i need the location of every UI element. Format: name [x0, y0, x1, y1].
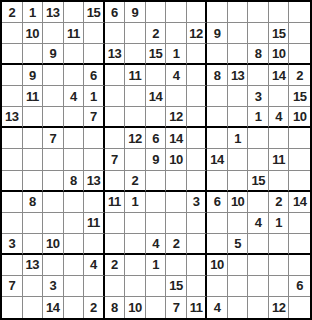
cell-r15c7[interactable]: 10 [125, 297, 146, 318]
cell-r13c14[interactable] [269, 255, 290, 276]
cell-r6c2[interactable] [23, 107, 44, 128]
cell-r13c15[interactable] [289, 255, 310, 276]
cell-r1c4[interactable] [64, 2, 85, 23]
cell-r15c3[interactable]: 14 [43, 297, 64, 318]
cell-r4c10[interactable] [187, 65, 208, 86]
cell-r9c14[interactable] [269, 171, 290, 192]
cell-r13c12[interactable] [228, 255, 249, 276]
cell-r5c13[interactable]: 3 [248, 86, 269, 107]
cell-r13c6[interactable]: 2 [105, 255, 126, 276]
cell-r3c14[interactable]: 10 [269, 44, 290, 65]
cell-r6c11[interactable] [207, 107, 228, 128]
cell-r7c13[interactable] [248, 128, 269, 149]
cell-r8c15[interactable] [289, 149, 310, 170]
cell-r12c11[interactable] [207, 234, 228, 255]
cell-r1c12[interactable] [228, 2, 249, 23]
cell-r4c3[interactable] [43, 65, 64, 86]
cell-r6c10[interactable] [187, 107, 208, 128]
cell-r7c5[interactable] [84, 128, 105, 149]
cell-r12c4[interactable] [64, 234, 85, 255]
cell-r7c14[interactable] [269, 128, 290, 149]
cell-r9c4[interactable]: 8 [64, 171, 85, 192]
cell-r11c9[interactable] [166, 213, 187, 234]
cell-r7c7[interactable]: 12 [125, 128, 146, 149]
cell-r9c7[interactable]: 2 [125, 171, 146, 192]
cell-r14c12[interactable] [228, 276, 249, 297]
cell-r1c5[interactable]: 15 [84, 2, 105, 23]
cell-r1c14[interactable] [269, 2, 290, 23]
cell-r11c5[interactable]: 11 [84, 213, 105, 234]
cell-r10c12[interactable]: 10 [228, 192, 249, 213]
cell-r2c4[interactable]: 11 [64, 23, 85, 44]
cell-r15c4[interactable] [64, 297, 85, 318]
cell-r14c10[interactable] [187, 276, 208, 297]
cell-r9c11[interactable] [207, 171, 228, 192]
cell-r14c7[interactable] [125, 276, 146, 297]
cell-r8c2[interactable] [23, 149, 44, 170]
cell-r6c6[interactable] [105, 107, 126, 128]
cell-r15c14[interactable]: 12 [269, 297, 290, 318]
cell-r11c14[interactable]: 1 [269, 213, 290, 234]
cell-r1c11[interactable] [207, 2, 228, 23]
cell-r11c15[interactable] [289, 213, 310, 234]
cell-r2c10[interactable]: 12 [187, 23, 208, 44]
cell-r3c5[interactable] [84, 44, 105, 65]
cell-r2c1[interactable] [2, 23, 23, 44]
cell-r10c11[interactable]: 6 [207, 192, 228, 213]
cell-r9c5[interactable]: 13 [84, 171, 105, 192]
cell-r15c15[interactable] [289, 297, 310, 318]
cell-r14c3[interactable]: 3 [43, 276, 64, 297]
cell-r13c13[interactable] [248, 255, 269, 276]
cell-r5c5[interactable]: 1 [84, 86, 105, 107]
cell-r4c4[interactable] [64, 65, 85, 86]
cell-r13c3[interactable] [43, 255, 64, 276]
cell-r9c13[interactable]: 15 [248, 171, 269, 192]
cell-r15c6[interactable]: 8 [105, 297, 126, 318]
cell-r2c8[interactable]: 2 [146, 23, 167, 44]
cell-r9c6[interactable] [105, 171, 126, 192]
cell-r5c7[interactable] [125, 86, 146, 107]
cell-r4c13[interactable] [248, 65, 269, 86]
cell-r12c13[interactable] [248, 234, 269, 255]
cell-r10c1[interactable] [2, 192, 23, 213]
cell-r15c1[interactable] [2, 297, 23, 318]
cell-r9c2[interactable] [23, 171, 44, 192]
cell-r7c3[interactable]: 7 [43, 128, 64, 149]
cell-r10c3[interactable] [43, 192, 64, 213]
cell-r8c13[interactable] [248, 149, 269, 170]
cell-r7c4[interactable] [64, 128, 85, 149]
screenshot-root: 2113156910112129159131518109611481314211… [0, 0, 312, 320]
cell-r5c2[interactable]: 11 [23, 86, 44, 107]
cell-r10c13[interactable] [248, 192, 269, 213]
cell-r2c6[interactable] [105, 23, 126, 44]
cell-r1c2[interactable]: 1 [23, 2, 44, 23]
cell-r8c9[interactable]: 10 [166, 149, 187, 170]
cell-r13c10[interactable] [187, 255, 208, 276]
cell-r2c11[interactable]: 9 [207, 23, 228, 44]
cell-r14c4[interactable] [64, 276, 85, 297]
cell-r12c2[interactable] [23, 234, 44, 255]
cell-r11c11[interactable] [207, 213, 228, 234]
cell-r4c14[interactable]: 14 [269, 65, 290, 86]
cell-r11c12[interactable] [228, 213, 249, 234]
cell-r14c15[interactable]: 6 [289, 276, 310, 297]
cell-r15c2[interactable] [23, 297, 44, 318]
cell-r6c7[interactable] [125, 107, 146, 128]
cell-r7c15[interactable] [289, 128, 310, 149]
cell-r3c13[interactable]: 8 [248, 44, 269, 65]
cell-r4c1[interactable] [2, 65, 23, 86]
cell-r11c13[interactable]: 4 [248, 213, 269, 234]
cell-r12c10[interactable] [187, 234, 208, 255]
cell-r6c12[interactable] [228, 107, 249, 128]
cell-r11c6[interactable] [105, 213, 126, 234]
cell-r14c11[interactable] [207, 276, 228, 297]
cell-r3c11[interactable] [207, 44, 228, 65]
cell-r7c1[interactable] [2, 128, 23, 149]
cell-r15c8[interactable] [146, 297, 167, 318]
cell-r13c7[interactable] [125, 255, 146, 276]
cell-r8c12[interactable] [228, 149, 249, 170]
cell-r3c1[interactable] [2, 44, 23, 65]
cell-r5c15[interactable]: 15 [289, 86, 310, 107]
cell-r5c11[interactable] [207, 86, 228, 107]
cell-r12c15[interactable] [289, 234, 310, 255]
cell-r13c11[interactable]: 10 [207, 255, 228, 276]
cell-r3c8[interactable]: 15 [146, 44, 167, 65]
cell-r13c5[interactable]: 4 [84, 255, 105, 276]
cell-r8c3[interactable] [43, 149, 64, 170]
cell-r5c12[interactable] [228, 86, 249, 107]
cell-r8c7[interactable] [125, 149, 146, 170]
cell-r9c12[interactable] [228, 171, 249, 192]
cell-r10c7[interactable]: 1 [125, 192, 146, 213]
cell-r10c10[interactable]: 3 [187, 192, 208, 213]
cell-r14c6[interactable] [105, 276, 126, 297]
cell-r2c5[interactable] [84, 23, 105, 44]
cell-r9c8[interactable] [146, 171, 167, 192]
cell-r1c15[interactable] [289, 2, 310, 23]
cell-r5c9[interactable] [166, 86, 187, 107]
cell-r10c14[interactable]: 2 [269, 192, 290, 213]
cell-r3c7[interactable] [125, 44, 146, 65]
cell-r2c12[interactable] [228, 23, 249, 44]
cell-r1c6[interactable]: 6 [105, 2, 126, 23]
cell-r13c1[interactable] [2, 255, 23, 276]
cell-r3c3[interactable]: 9 [43, 44, 64, 65]
cell-r3c2[interactable] [23, 44, 44, 65]
cell-r14c14[interactable] [269, 276, 290, 297]
cell-r12c8[interactable]: 4 [146, 234, 167, 255]
cell-r6c5[interactable]: 7 [84, 107, 105, 128]
cell-r9c9[interactable] [166, 171, 187, 192]
cell-r2c2[interactable]: 10 [23, 23, 44, 44]
cell-r6c13[interactable]: 1 [248, 107, 269, 128]
cell-r11c7[interactable] [125, 213, 146, 234]
cell-r11c3[interactable] [43, 213, 64, 234]
sudoku-board: 2113156910112129159131518109611481314211… [0, 0, 312, 320]
cell-r3c12[interactable] [228, 44, 249, 65]
cell-r3c15[interactable] [289, 44, 310, 65]
cell-r12c3[interactable]: 10 [43, 234, 64, 255]
cell-r7c12[interactable]: 1 [228, 128, 249, 149]
cell-r8c4[interactable] [64, 149, 85, 170]
cell-r4c8[interactable] [146, 65, 167, 86]
cell-r6c8[interactable] [146, 107, 167, 128]
cell-r4c6[interactable] [105, 65, 126, 86]
cell-r4c9[interactable]: 4 [166, 65, 187, 86]
cell-r5c14[interactable] [269, 86, 290, 107]
cell-r10c8[interactable] [146, 192, 167, 213]
cell-r7c10[interactable] [187, 128, 208, 149]
cell-r4c15[interactable]: 2 [289, 65, 310, 86]
cell-r2c14[interactable]: 15 [269, 23, 290, 44]
cell-r13c2[interactable]: 13 [23, 255, 44, 276]
cell-r4c12[interactable]: 13 [228, 65, 249, 86]
cell-r15c10[interactable]: 11 [187, 297, 208, 318]
cell-r10c6[interactable]: 11 [105, 192, 126, 213]
cell-r2c13[interactable] [248, 23, 269, 44]
cell-r3c4[interactable] [64, 44, 85, 65]
cell-r1c9[interactable] [166, 2, 187, 23]
cell-r1c8[interactable] [146, 2, 167, 23]
cell-r5c8[interactable]: 14 [146, 86, 167, 107]
cell-r2c7[interactable] [125, 23, 146, 44]
cell-r8c10[interactable] [187, 149, 208, 170]
cell-r14c1[interactable]: 7 [2, 276, 23, 297]
cell-r12c5[interactable] [84, 234, 105, 255]
cell-r11c10[interactable] [187, 213, 208, 234]
cell-r2c3[interactable] [43, 23, 64, 44]
cell-r5c1[interactable] [2, 86, 23, 107]
cell-r13c4[interactable] [64, 255, 85, 276]
cell-r4c11[interactable]: 8 [207, 65, 228, 86]
cell-r10c15[interactable]: 14 [289, 192, 310, 213]
cell-r14c8[interactable] [146, 276, 167, 297]
cell-r4c2[interactable]: 9 [23, 65, 44, 86]
cell-r3c6[interactable]: 13 [105, 44, 126, 65]
cell-r7c8[interactable]: 6 [146, 128, 167, 149]
cell-r13c9[interactable] [166, 255, 187, 276]
cell-r14c5[interactable] [84, 276, 105, 297]
cell-r7c9[interactable]: 14 [166, 128, 187, 149]
cell-r1c1[interactable]: 2 [2, 2, 23, 23]
cell-r11c2[interactable] [23, 213, 44, 234]
cell-r6c1[interactable]: 13 [2, 107, 23, 128]
cell-r1c10[interactable] [187, 2, 208, 23]
cell-r1c3[interactable]: 13 [43, 2, 64, 23]
cell-r6c9[interactable]: 12 [166, 107, 187, 128]
cell-r9c3[interactable] [43, 171, 64, 192]
cell-r8c6[interactable]: 7 [105, 149, 126, 170]
cell-r3c9[interactable]: 1 [166, 44, 187, 65]
cell-r15c13[interactable] [248, 297, 269, 318]
cell-r6c15[interactable]: 10 [289, 107, 310, 128]
cell-r6c14[interactable]: 4 [269, 107, 290, 128]
cell-r8c11[interactable]: 14 [207, 149, 228, 170]
cell-r13c8[interactable]: 1 [146, 255, 167, 276]
cell-r11c8[interactable] [146, 213, 167, 234]
cell-r5c3[interactable] [43, 86, 64, 107]
cell-r11c4[interactable] [64, 213, 85, 234]
cell-r4c7[interactable]: 11 [125, 65, 146, 86]
cell-r10c2[interactable]: 8 [23, 192, 44, 213]
cell-r10c9[interactable] [166, 192, 187, 213]
cell-r10c5[interactable] [84, 192, 105, 213]
cell-r5c6[interactable] [105, 86, 126, 107]
cell-r1c13[interactable] [248, 2, 269, 23]
cell-r11c1[interactable] [2, 213, 23, 234]
cell-r5c10[interactable] [187, 86, 208, 107]
cell-r12c6[interactable] [105, 234, 126, 255]
cell-r3c10[interactable] [187, 44, 208, 65]
cell-r9c1[interactable] [2, 171, 23, 192]
cell-r10c4[interactable] [64, 192, 85, 213]
cell-r14c2[interactable] [23, 276, 44, 297]
cell-r6c3[interactable] [43, 107, 64, 128]
cell-r12c12[interactable]: 5 [228, 234, 249, 255]
cell-r14c13[interactable] [248, 276, 269, 297]
cell-r15c12[interactable] [228, 297, 249, 318]
cell-r9c10[interactable] [187, 171, 208, 192]
cell-r6c4[interactable] [64, 107, 85, 128]
cell-r2c15[interactable] [289, 23, 310, 44]
cell-r8c1[interactable] [2, 149, 23, 170]
cell-r7c2[interactable] [23, 128, 44, 149]
cell-r4c5[interactable]: 6 [84, 65, 105, 86]
cell-r15c11[interactable]: 4 [207, 297, 228, 318]
cell-r12c7[interactable] [125, 234, 146, 255]
cell-r8c14[interactable]: 11 [269, 149, 290, 170]
cell-r9c15[interactable] [289, 171, 310, 192]
cell-r2c9[interactable] [166, 23, 187, 44]
cell-r1c7[interactable]: 9 [125, 2, 146, 23]
cell-r14c9[interactable]: 15 [166, 276, 187, 297]
cell-r15c5[interactable]: 2 [84, 297, 105, 318]
cell-r8c5[interactable] [84, 149, 105, 170]
cell-r7c11[interactable] [207, 128, 228, 149]
cell-r12c9[interactable]: 2 [166, 234, 187, 255]
cell-r12c14[interactable] [269, 234, 290, 255]
cell-r15c9[interactable]: 7 [166, 297, 187, 318]
cell-r7c6[interactable] [105, 128, 126, 149]
cell-r12c1[interactable]: 3 [2, 234, 23, 255]
cell-r8c8[interactable]: 9 [146, 149, 167, 170]
cell-r5c4[interactable]: 4 [64, 86, 85, 107]
